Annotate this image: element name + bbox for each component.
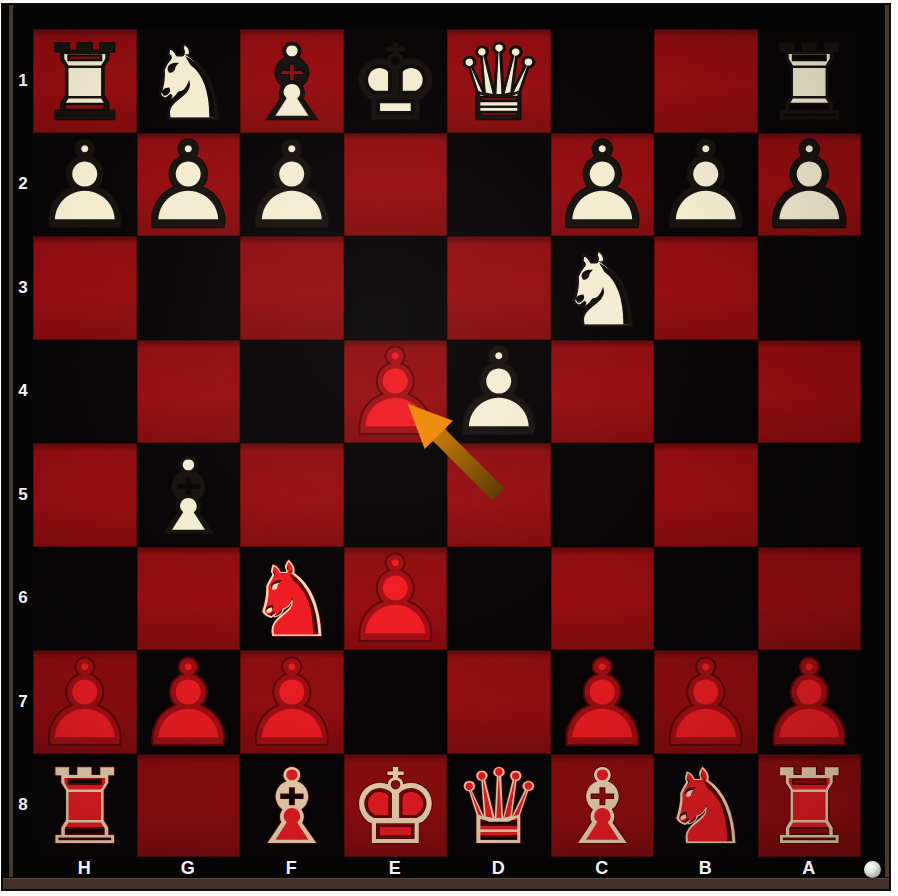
square-a8[interactable]: ♜♖ <box>758 754 862 858</box>
file-label-b: B <box>654 858 758 878</box>
square-e6[interactable]: ♟♙ <box>344 547 448 651</box>
square-d6[interactable] <box>447 547 551 651</box>
square-h2[interactable]: ♟♙ <box>33 133 137 237</box>
square-f5[interactable] <box>240 443 344 547</box>
piece-white-pawn-detail: ♙ <box>758 135 862 239</box>
piece-red-pawn-detail: ♙ <box>758 652 862 756</box>
square-b3[interactable] <box>654 236 758 340</box>
square-f3[interactable] <box>240 236 344 340</box>
rank-label-6: 6 <box>13 588 33 608</box>
square-c7[interactable]: ♟♙ <box>551 650 655 754</box>
piece-red-bishop-detail: ♗ <box>240 756 344 860</box>
square-a4[interactable] <box>758 340 862 444</box>
square-b8[interactable]: ♞♘ <box>654 754 758 858</box>
square-f7[interactable]: ♟♙ <box>240 650 344 754</box>
piece-white-pawn-detail: ♙ <box>240 135 344 239</box>
square-b4[interactable] <box>654 340 758 444</box>
rank-label-1: 1 <box>13 71 33 91</box>
square-d2[interactable] <box>447 133 551 237</box>
piece-red-king-detail: ♔ <box>344 756 448 860</box>
rank-label-3: 3 <box>13 278 33 298</box>
piece-white-pawn-detail: ♙ <box>33 135 137 239</box>
square-d1[interactable]: ♛♕ <box>447 29 551 133</box>
piece-red-pawn-detail: ♙ <box>137 652 241 756</box>
square-a7[interactable]: ♟♙ <box>758 650 862 754</box>
file-label-a: A <box>758 858 862 878</box>
frame-left-bevel <box>9 5 13 877</box>
square-c2[interactable]: ♟♙ <box>551 133 655 237</box>
piece-white-pawn-detail: ♙ <box>654 135 758 239</box>
square-c5[interactable] <box>551 443 655 547</box>
rank-label-4: 4 <box>13 381 33 401</box>
frame-right-bevel <box>885 5 889 877</box>
piece-white-bishop-detail: ♗ <box>137 445 241 549</box>
file-label-e: E <box>344 858 448 878</box>
frame-bottom-bar <box>3 878 889 889</box>
rank-label-8: 8 <box>13 795 33 815</box>
square-c8[interactable]: ♝♗ <box>551 754 655 858</box>
square-g8[interactable] <box>137 754 241 858</box>
square-h3[interactable] <box>33 236 137 340</box>
square-g3[interactable] <box>137 236 241 340</box>
piece-red-pawn-detail: ♙ <box>654 652 758 756</box>
chess-board: ♜♖♞♘♝♗♚♔♛♕♜♖♟♙♟♙♟♙♟♙♟♙♟♙♞♘♟♙♟♙♝♗♞♘♟♙♟♙♟♙… <box>33 29 861 857</box>
square-f2[interactable]: ♟♙ <box>240 133 344 237</box>
piece-red-queen-detail: ♕ <box>447 756 551 860</box>
square-b5[interactable] <box>654 443 758 547</box>
square-d8[interactable]: ♛♕ <box>447 754 551 858</box>
square-e4[interactable]: ♟♙ <box>344 340 448 444</box>
piece-red-knight-detail: ♘ <box>654 756 758 860</box>
square-f4[interactable] <box>240 340 344 444</box>
square-a3[interactable] <box>758 236 862 340</box>
piece-white-pawn-detail: ♙ <box>447 342 551 446</box>
piece-red-pawn-detail: ♙ <box>344 549 448 653</box>
rank-label-5: 5 <box>13 485 33 505</box>
rank-label-2: 2 <box>13 174 33 194</box>
piece-red-bishop-detail: ♗ <box>551 756 655 860</box>
square-g7[interactable]: ♟♙ <box>137 650 241 754</box>
square-b2[interactable]: ♟♙ <box>654 133 758 237</box>
square-c3[interactable]: ♞♘ <box>551 236 655 340</box>
square-g4[interactable] <box>137 340 241 444</box>
piece-red-pawn-detail: ♙ <box>344 342 448 446</box>
square-e8[interactable]: ♚♔ <box>344 754 448 858</box>
square-e7[interactable] <box>344 650 448 754</box>
file-label-g: G <box>137 858 241 878</box>
piece-white-knight-detail: ♘ <box>551 238 655 342</box>
square-f8[interactable]: ♝♗ <box>240 754 344 858</box>
square-h4[interactable] <box>33 340 137 444</box>
piece-red-rook-detail: ♖ <box>758 756 862 860</box>
square-b7[interactable]: ♟♙ <box>654 650 758 754</box>
square-d4[interactable]: ♟♙ <box>447 340 551 444</box>
piece-white-pawn-detail: ♙ <box>551 135 655 239</box>
square-d5[interactable] <box>447 443 551 547</box>
square-a2[interactable]: ♟♙ <box>758 133 862 237</box>
piece-red-pawn-detail: ♙ <box>33 652 137 756</box>
square-h5[interactable] <box>33 443 137 547</box>
file-label-c: C <box>551 858 655 878</box>
file-label-f: F <box>240 858 344 878</box>
white-to-move-ball-icon <box>864 861 881 878</box>
square-d7[interactable] <box>447 650 551 754</box>
square-c4[interactable] <box>551 340 655 444</box>
piece-white-pawn-detail: ♙ <box>137 135 241 239</box>
piece-white-king-detail: ♔ <box>344 31 448 135</box>
square-g2[interactable]: ♟♙ <box>137 133 241 237</box>
piece-white-queen-detail: ♕ <box>447 31 551 135</box>
rank-label-7: 7 <box>13 692 33 712</box>
file-label-d: D <box>447 858 551 878</box>
square-a5[interactable] <box>758 443 862 547</box>
square-g5[interactable]: ♝♗ <box>137 443 241 547</box>
piece-red-pawn-detail: ♙ <box>240 652 344 756</box>
square-e1[interactable]: ♚♔ <box>344 29 448 133</box>
square-h7[interactable]: ♟♙ <box>33 650 137 754</box>
square-h8[interactable]: ♜♖ <box>33 754 137 858</box>
file-label-h: H <box>33 858 137 878</box>
square-e2[interactable] <box>344 133 448 237</box>
piece-red-rook-detail: ♖ <box>33 756 137 860</box>
piece-red-pawn-detail: ♙ <box>551 652 655 756</box>
